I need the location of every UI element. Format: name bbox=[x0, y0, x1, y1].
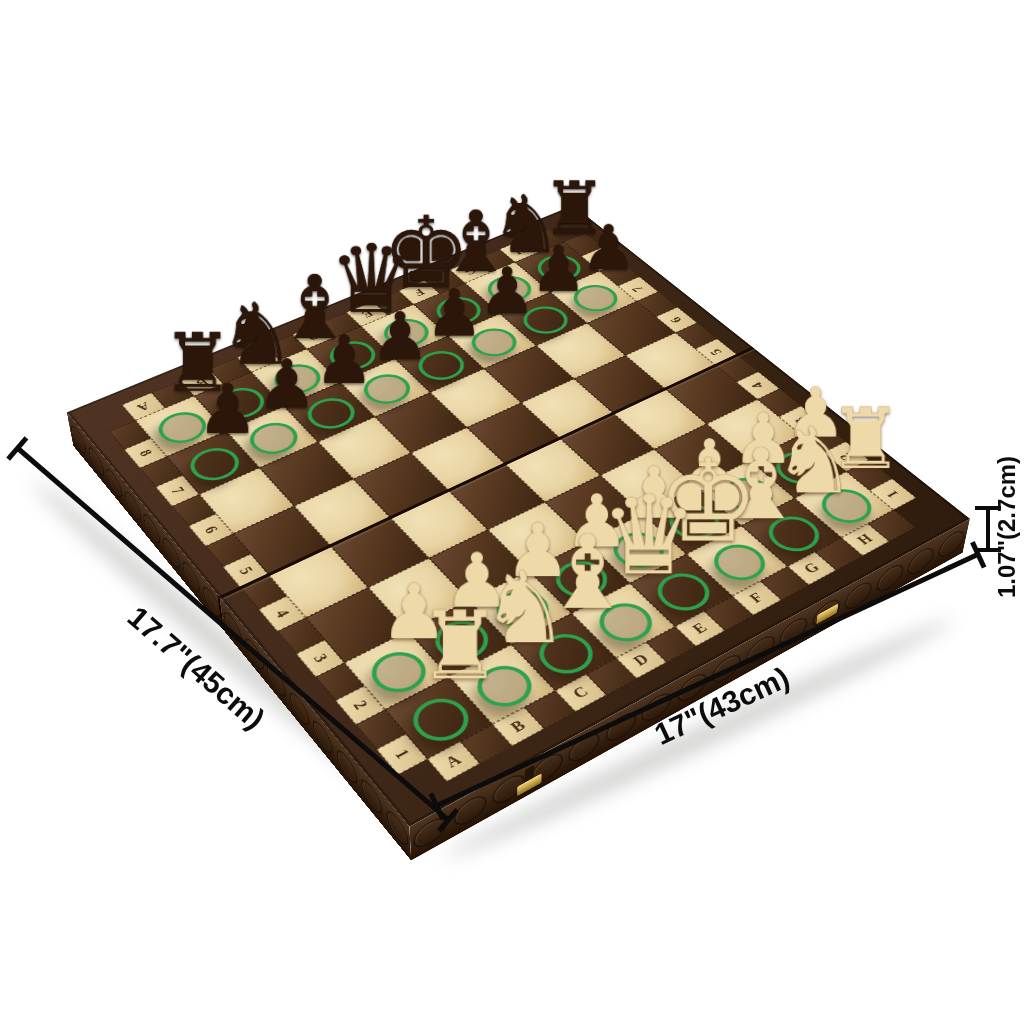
coord-label-A: A bbox=[135, 400, 152, 412]
coord-label-E: E bbox=[690, 621, 710, 636]
coord-cell-7: 7 bbox=[156, 475, 199, 506]
product-photo-scene: ABCDEFGHABCDEFGH8765432187654321 ♜♞♝♛♚♝♞… bbox=[0, 0, 1024, 1024]
coord-cell-6: 6 bbox=[189, 514, 233, 546]
coord-label-F: F bbox=[747, 591, 766, 605]
square-a5 bbox=[233, 506, 330, 575]
coord-label-B: B bbox=[508, 718, 529, 735]
coord-cell-A: A bbox=[427, 741, 479, 781]
coord-cell: 3 bbox=[277, 618, 344, 677]
coord-cell-D: D bbox=[616, 642, 666, 678]
border-cell bbox=[241, 575, 287, 610]
coord-label-F: F bbox=[411, 287, 426, 297]
dimension-label-height: 1.07"(2.7cm) bbox=[993, 456, 1021, 598]
coord-cell-C: C bbox=[555, 674, 606, 711]
coord-cell-G: G bbox=[788, 552, 836, 585]
coord-cell: 6 bbox=[172, 494, 233, 546]
border-cell bbox=[460, 724, 512, 763]
coord-cell-B: B bbox=[492, 707, 544, 746]
coord-cell-E: E bbox=[675, 611, 725, 646]
coord-label-4: 4 bbox=[272, 607, 291, 619]
coord-label-3: 3 bbox=[310, 652, 330, 665]
border-cell bbox=[868, 510, 915, 542]
coord-cell-3: 3 bbox=[296, 640, 344, 677]
coord-cell: 5 bbox=[206, 534, 269, 588]
coord-label-D: D bbox=[631, 652, 652, 668]
coord-cell-2: 2 bbox=[335, 686, 384, 725]
square-a4 bbox=[268, 546, 368, 618]
black-pawn-glyph: ♟ bbox=[197, 376, 258, 444]
coord-label-6: 6 bbox=[668, 315, 684, 324]
coord-label-8: 8 bbox=[136, 448, 154, 458]
coord-label-7: 7 bbox=[168, 485, 186, 496]
border-cell bbox=[815, 538, 863, 571]
coord-label-C: C bbox=[250, 353, 267, 365]
border-cell bbox=[760, 566, 809, 600]
coord-label-G: G bbox=[801, 561, 822, 576]
coord-label-H: H bbox=[855, 532, 876, 547]
border-cell bbox=[206, 534, 251, 567]
coord-label-A: A bbox=[443, 752, 465, 770]
coord-label-D: D bbox=[305, 330, 322, 341]
coord-cell-4: 4 bbox=[259, 596, 306, 631]
coord-label-E: E bbox=[359, 308, 375, 319]
coord-label-1: 1 bbox=[392, 747, 413, 761]
border-cell bbox=[586, 658, 637, 695]
border-cell bbox=[524, 691, 575, 729]
chess-board-3d: ABCDEFGHABCDEFGH8765432187654321 ♜♞♝♛♚♝♞… bbox=[67, 205, 970, 826]
square-b5 bbox=[294, 479, 390, 546]
coord-label-7: 7 bbox=[630, 285, 646, 294]
coord-cell-5: 5 bbox=[223, 554, 269, 588]
coord-label-C: C bbox=[570, 684, 591, 701]
border-cell bbox=[316, 663, 365, 701]
coord-label-4: 4 bbox=[749, 381, 766, 391]
coord-label-1: 1 bbox=[884, 489, 902, 500]
dimension-line-height bbox=[986, 506, 990, 552]
coord-label-2: 2 bbox=[350, 698, 370, 712]
coord-cell-H: H bbox=[841, 524, 889, 556]
border-cell bbox=[277, 618, 324, 654]
border-cell bbox=[172, 494, 216, 526]
coord-cell: 4 bbox=[241, 575, 306, 632]
coord-label-6: 6 bbox=[201, 524, 220, 535]
border-cell bbox=[704, 596, 753, 631]
coord-label-5: 5 bbox=[708, 347, 724, 356]
coord-label-H: H bbox=[511, 245, 528, 256]
coord-label-G: G bbox=[461, 266, 478, 277]
coord-cell-F: F bbox=[732, 581, 781, 615]
coord-label-5: 5 bbox=[236, 565, 255, 577]
border-cell bbox=[646, 627, 696, 663]
white-rook-glyph: ♜ bbox=[418, 599, 502, 693]
coord-label-8: 8 bbox=[593, 255, 609, 263]
